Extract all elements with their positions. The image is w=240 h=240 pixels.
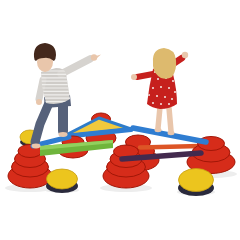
girl-hair bbox=[153, 48, 176, 79]
balance-course-scene bbox=[0, 0, 240, 240]
orange-beam bbox=[140, 146, 200, 148]
yellow-dome-right bbox=[178, 169, 214, 197]
product-photo: Two young children balance on a toy bala… bbox=[0, 0, 240, 240]
yellow-dome-left bbox=[46, 169, 78, 193]
white-background bbox=[0, 0, 240, 240]
